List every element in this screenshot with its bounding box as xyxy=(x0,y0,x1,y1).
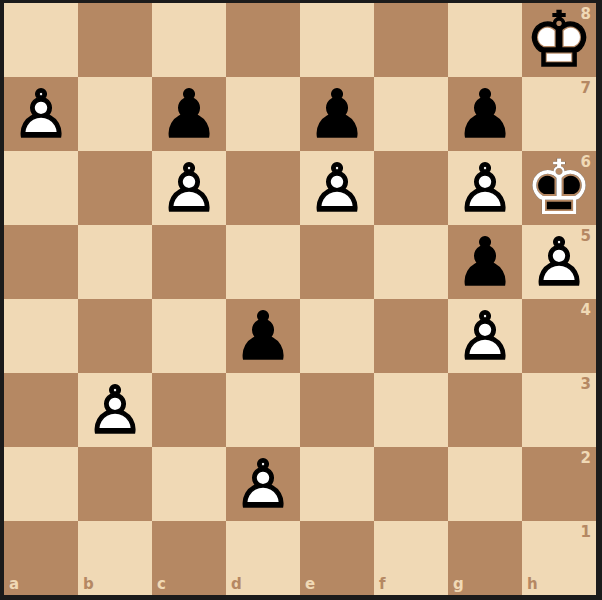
pawn-glyph-outline: ♙ xyxy=(226,447,300,521)
square-f4[interactable] xyxy=(374,299,448,373)
square-g3[interactable] xyxy=(448,373,522,447)
square-f3[interactable] xyxy=(374,373,448,447)
square-e3[interactable] xyxy=(300,373,374,447)
chess-board: 8♚♔♟♙♟♙♟♙♟♙7♟♙♟♙♟♙6♚♔♟♙5♟♙♟♙♟♙4♟♙3♟♙2abc… xyxy=(4,3,596,595)
square-b4[interactable] xyxy=(78,299,152,373)
king-glyph-outline: ♔ xyxy=(522,151,596,225)
file-label-a: a xyxy=(9,577,19,592)
square-a6[interactable] xyxy=(4,151,78,225)
file-label-g: g xyxy=(453,577,464,592)
square-c6[interactable]: ♟♙ xyxy=(152,151,226,225)
square-h6[interactable]: 6♚♔ xyxy=(522,151,596,225)
square-d1[interactable]: d xyxy=(226,521,300,595)
white-king-h8[interactable]: ♚♔ xyxy=(522,3,596,77)
square-a7[interactable]: ♟♙ xyxy=(4,77,78,151)
square-a1[interactable]: a xyxy=(4,521,78,595)
white-pawn-g4[interactable]: ♟♙ xyxy=(448,299,522,373)
pawn-glyph-outline: ♙ xyxy=(226,299,300,373)
square-h1[interactable]: 1h xyxy=(522,521,596,595)
square-d8[interactable] xyxy=(226,3,300,77)
file-label-d: d xyxy=(231,577,242,592)
square-g1[interactable]: g xyxy=(448,521,522,595)
square-g8[interactable] xyxy=(448,3,522,77)
white-pawn-a7[interactable]: ♟♙ xyxy=(4,77,78,151)
square-h8[interactable]: 8♚♔ xyxy=(522,3,596,77)
square-d6[interactable] xyxy=(226,151,300,225)
king-glyph-outline: ♔ xyxy=(522,3,596,77)
square-e6[interactable]: ♟♙ xyxy=(300,151,374,225)
black-pawn-g7[interactable]: ♟♙ xyxy=(448,77,522,151)
file-label-h: h xyxy=(527,577,538,592)
pawn-glyph-outline: ♙ xyxy=(448,77,522,151)
pawn-glyph-outline: ♙ xyxy=(152,77,226,151)
file-label-b: b xyxy=(83,577,94,592)
pawn-glyph-outline: ♙ xyxy=(300,77,374,151)
square-e5[interactable] xyxy=(300,225,374,299)
square-c7[interactable]: ♟♙ xyxy=(152,77,226,151)
pawn-glyph-outline: ♙ xyxy=(448,151,522,225)
square-f1[interactable]: f xyxy=(374,521,448,595)
square-e2[interactable] xyxy=(300,447,374,521)
pawn-glyph-outline: ♙ xyxy=(300,151,374,225)
white-pawn-h5[interactable]: ♟♙ xyxy=(522,225,596,299)
white-pawn-g6[interactable]: ♟♙ xyxy=(448,151,522,225)
square-d7[interactable] xyxy=(226,77,300,151)
white-pawn-c6[interactable]: ♟♙ xyxy=(152,151,226,225)
square-b2[interactable] xyxy=(78,447,152,521)
square-a8[interactable] xyxy=(4,3,78,77)
square-f7[interactable] xyxy=(374,77,448,151)
square-c4[interactable] xyxy=(152,299,226,373)
white-pawn-d2[interactable]: ♟♙ xyxy=(226,447,300,521)
square-e4[interactable] xyxy=(300,299,374,373)
square-c5[interactable] xyxy=(152,225,226,299)
square-b1[interactable]: b xyxy=(78,521,152,595)
square-d2[interactable]: ♟♙ xyxy=(226,447,300,521)
square-f8[interactable] xyxy=(374,3,448,77)
square-f2[interactable] xyxy=(374,447,448,521)
chess-board-frame: 8♚♔♟♙♟♙♟♙♟♙7♟♙♟♙♟♙6♚♔♟♙5♟♙♟♙♟♙4♟♙3♟♙2abc… xyxy=(0,0,602,600)
square-h2[interactable]: 2 xyxy=(522,447,596,521)
square-e1[interactable]: e xyxy=(300,521,374,595)
square-b8[interactable] xyxy=(78,3,152,77)
rank-label-4: 4 xyxy=(581,303,591,318)
square-d4[interactable]: ♟♙ xyxy=(226,299,300,373)
pawn-glyph-outline: ♙ xyxy=(78,373,152,447)
square-h4[interactable]: 4 xyxy=(522,299,596,373)
square-a4[interactable] xyxy=(4,299,78,373)
white-pawn-e6[interactable]: ♟♙ xyxy=(300,151,374,225)
square-f6[interactable] xyxy=(374,151,448,225)
file-label-f: f xyxy=(379,577,386,592)
square-f5[interactable] xyxy=(374,225,448,299)
square-c8[interactable] xyxy=(152,3,226,77)
square-g5[interactable]: ♟♙ xyxy=(448,225,522,299)
square-b5[interactable] xyxy=(78,225,152,299)
square-h7[interactable]: 7 xyxy=(522,77,596,151)
square-b6[interactable] xyxy=(78,151,152,225)
square-h3[interactable]: 3 xyxy=(522,373,596,447)
square-g2[interactable] xyxy=(448,447,522,521)
black-pawn-c7[interactable]: ♟♙ xyxy=(152,77,226,151)
pawn-glyph-outline: ♙ xyxy=(448,225,522,299)
square-e7[interactable]: ♟♙ xyxy=(300,77,374,151)
square-a2[interactable] xyxy=(4,447,78,521)
white-pawn-b3[interactable]: ♟♙ xyxy=(78,373,152,447)
pawn-glyph-outline: ♙ xyxy=(448,299,522,373)
square-c3[interactable] xyxy=(152,373,226,447)
square-c2[interactable] xyxy=(152,447,226,521)
square-c1[interactable]: c xyxy=(152,521,226,595)
pawn-glyph-outline: ♙ xyxy=(4,77,78,151)
square-b7[interactable] xyxy=(78,77,152,151)
black-king-h6[interactable]: ♚♔ xyxy=(522,151,596,225)
square-d5[interactable] xyxy=(226,225,300,299)
square-g7[interactable]: ♟♙ xyxy=(448,77,522,151)
black-pawn-g5[interactable]: ♟♙ xyxy=(448,225,522,299)
square-b3[interactable]: ♟♙ xyxy=(78,373,152,447)
black-pawn-d4[interactable]: ♟♙ xyxy=(226,299,300,373)
file-label-c: c xyxy=(157,577,166,592)
square-a5[interactable] xyxy=(4,225,78,299)
square-h5[interactable]: 5♟♙ xyxy=(522,225,596,299)
square-a3[interactable] xyxy=(4,373,78,447)
black-pawn-e7[interactable]: ♟♙ xyxy=(300,77,374,151)
rank-label-3: 3 xyxy=(581,377,591,392)
square-d3[interactable] xyxy=(226,373,300,447)
rank-label-2: 2 xyxy=(581,451,591,466)
rank-label-1: 1 xyxy=(581,525,591,540)
square-g4[interactable]: ♟♙ xyxy=(448,299,522,373)
square-g6[interactable]: ♟♙ xyxy=(448,151,522,225)
pawn-glyph-outline: ♙ xyxy=(152,151,226,225)
file-label-e: e xyxy=(305,577,315,592)
square-e8[interactable] xyxy=(300,3,374,77)
pawn-glyph-outline: ♙ xyxy=(522,225,596,299)
